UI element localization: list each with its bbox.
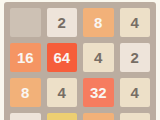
tile-4: 4 xyxy=(120,78,151,107)
tile-128: 128 xyxy=(47,113,78,120)
tile-8: 8 xyxy=(10,78,41,107)
tile-4: 4 xyxy=(83,43,114,72)
tile-2: 2 xyxy=(120,43,151,72)
tile-8: 8 xyxy=(83,113,114,120)
tile-4: 4 xyxy=(47,78,78,107)
tile-2: 2 xyxy=(47,8,78,37)
tile-2: 2 xyxy=(10,113,41,120)
empty-cell xyxy=(10,8,41,37)
game-board-2048[interactable]: 28416644284324212884 xyxy=(4,2,156,120)
tile-64: 64 xyxy=(47,43,78,72)
tile-8: 8 xyxy=(83,8,114,37)
tile-4: 4 xyxy=(120,8,151,37)
tile-4: 4 xyxy=(120,113,151,120)
tile-32: 32 xyxy=(83,78,114,107)
tile-16: 16 xyxy=(10,43,41,72)
